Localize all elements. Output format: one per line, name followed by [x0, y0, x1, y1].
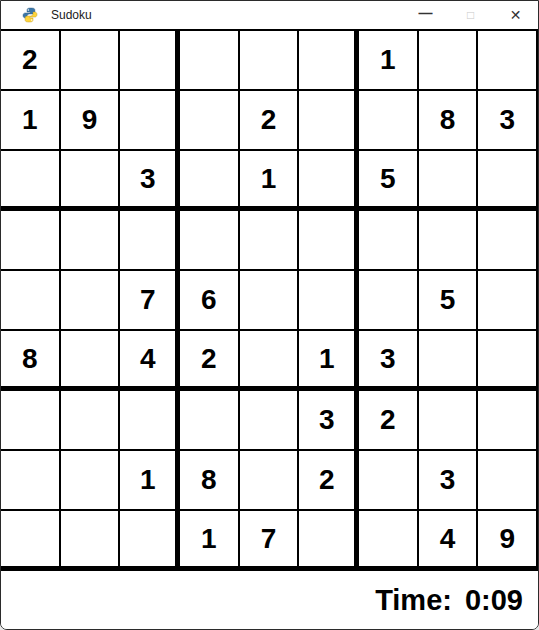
cell-r9c7[interactable]	[359, 511, 419, 571]
cell-r6c8[interactable]	[419, 331, 479, 391]
maximize-button[interactable]: □	[448, 1, 493, 29]
cell-r2c1[interactable]: 1	[1, 91, 61, 151]
cell-r2c3[interactable]	[120, 91, 180, 151]
cell-r2c6[interactable]	[299, 91, 359, 151]
cell-r9c2[interactable]	[61, 511, 121, 571]
status-bar: Time: 0:09	[1, 571, 538, 629]
cell-r7c9[interactable]	[478, 391, 538, 451]
cell-r6c3[interactable]: 4	[120, 331, 180, 391]
cell-r3c4[interactable]	[180, 151, 240, 211]
cell-r6c1[interactable]: 8	[1, 331, 61, 391]
window-controls: — □ ✕	[403, 1, 538, 29]
cell-r3c2[interactable]	[61, 151, 121, 211]
cell-r8c2[interactable]	[61, 451, 121, 511]
cell-r7c4[interactable]	[180, 391, 240, 451]
minimize-button[interactable]: —	[403, 0, 448, 27]
title-bar[interactable]: Sudoku — □ ✕	[1, 1, 538, 29]
cell-r8c5[interactable]	[240, 451, 300, 511]
cell-r4c1[interactable]	[1, 211, 61, 271]
cell-r8c7[interactable]	[359, 451, 419, 511]
cell-r5c9[interactable]	[478, 271, 538, 331]
cell-r9c9[interactable]: 9	[478, 511, 538, 571]
cell-r1c4[interactable]	[180, 31, 240, 91]
cell-r2c8[interactable]: 8	[419, 91, 479, 151]
cell-r6c2[interactable]	[61, 331, 121, 391]
cell-r5c1[interactable]	[1, 271, 61, 331]
cell-r7c8[interactable]	[419, 391, 479, 451]
sudoku-window: Sudoku — □ ✕ 211928331576584213321823174…	[0, 0, 539, 630]
cell-r4c9[interactable]	[478, 211, 538, 271]
cell-r9c3[interactable]	[120, 511, 180, 571]
cell-r1c5[interactable]	[240, 31, 300, 91]
window-title: Sudoku	[51, 8, 92, 22]
cell-r2c2[interactable]: 9	[61, 91, 121, 151]
cell-r1c3[interactable]	[120, 31, 180, 91]
cell-r5c4[interactable]: 6	[180, 271, 240, 331]
cell-r7c2[interactable]	[61, 391, 121, 451]
cell-r3c3[interactable]: 3	[120, 151, 180, 211]
cell-r4c6[interactable]	[299, 211, 359, 271]
cell-r4c5[interactable]	[240, 211, 300, 271]
cell-r6c5[interactable]	[240, 331, 300, 391]
cell-r2c7[interactable]	[359, 91, 419, 151]
cell-r9c1[interactable]	[1, 511, 61, 571]
cell-r3c6[interactable]	[299, 151, 359, 211]
cell-r6c9[interactable]	[478, 331, 538, 391]
cell-r3c1[interactable]	[1, 151, 61, 211]
cell-r8c4[interactable]: 8	[180, 451, 240, 511]
cell-r5c7[interactable]	[359, 271, 419, 331]
cell-r1c6[interactable]	[299, 31, 359, 91]
cell-r8c8[interactable]: 3	[419, 451, 479, 511]
cell-r2c4[interactable]	[180, 91, 240, 151]
cell-r3c9[interactable]	[478, 151, 538, 211]
cell-r7c1[interactable]	[1, 391, 61, 451]
cell-r9c8[interactable]: 4	[419, 511, 479, 571]
python-icon	[22, 7, 38, 23]
cell-r4c2[interactable]	[61, 211, 121, 271]
sudoku-board: 2119283315765842133218231749	[1, 29, 538, 571]
cell-r6c4[interactable]: 2	[180, 331, 240, 391]
cell-r1c9[interactable]	[478, 31, 538, 91]
cell-r3c5[interactable]: 1	[240, 151, 300, 211]
cell-r6c6[interactable]: 1	[299, 331, 359, 391]
cell-r4c8[interactable]	[419, 211, 479, 271]
cell-r9c5[interactable]: 7	[240, 511, 300, 571]
cell-r2c9[interactable]: 3	[478, 91, 538, 151]
cell-r1c8[interactable]	[419, 31, 479, 91]
time-label: Time:	[375, 584, 452, 617]
cell-r6c7[interactable]: 3	[359, 331, 419, 391]
cell-r4c7[interactable]	[359, 211, 419, 271]
cell-r1c7[interactable]: 1	[359, 31, 419, 91]
cell-r2c5[interactable]: 2	[240, 91, 300, 151]
time-value: 0:09	[465, 584, 523, 617]
cell-r3c7[interactable]: 5	[359, 151, 419, 211]
cell-r5c3[interactable]: 7	[120, 271, 180, 331]
cell-r1c2[interactable]	[61, 31, 121, 91]
cell-r8c1[interactable]	[1, 451, 61, 511]
cell-r7c5[interactable]	[240, 391, 300, 451]
cell-r5c2[interactable]	[61, 271, 121, 331]
cell-r9c4[interactable]: 1	[180, 511, 240, 571]
cell-r7c7[interactable]: 2	[359, 391, 419, 451]
cell-r7c3[interactable]	[120, 391, 180, 451]
cell-r1c1[interactable]: 2	[1, 31, 61, 91]
cell-r8c9[interactable]	[478, 451, 538, 511]
cell-r8c6[interactable]: 2	[299, 451, 359, 511]
cell-r9c6[interactable]	[299, 511, 359, 571]
cell-r7c6[interactable]: 3	[299, 391, 359, 451]
cell-r3c8[interactable]	[419, 151, 479, 211]
cell-r4c3[interactable]	[120, 211, 180, 271]
cell-r5c8[interactable]: 5	[419, 271, 479, 331]
cell-r5c5[interactable]	[240, 271, 300, 331]
cell-r5c6[interactable]	[299, 271, 359, 331]
cell-r4c4[interactable]	[180, 211, 240, 271]
close-button[interactable]: ✕	[493, 1, 538, 29]
cell-r8c3[interactable]: 1	[120, 451, 180, 511]
